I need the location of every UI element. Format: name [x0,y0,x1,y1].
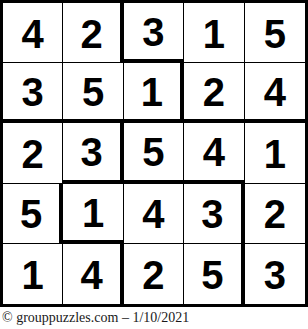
cell-r2c1[interactable]: 3 [3,63,63,123]
cell-r2c4[interactable]: 2 [184,63,244,123]
cell-r3c3[interactable]: 5 [124,123,184,183]
cell-r5c4[interactable]: 5 [184,244,244,304]
cell-digit: 5 [142,132,164,172]
cell-digit: 5 [20,194,42,234]
credit-text: © grouppuzzles.com – 1/10/2021 [2,310,189,326]
cell-r3c4[interactable]: 4 [184,123,244,183]
cell-digit: 2 [203,72,225,112]
cell-r1c3[interactable]: 3 [124,3,184,63]
cell-r4c1[interactable]: 5 [3,184,63,244]
cell-r4c4[interactable]: 3 [184,184,244,244]
cell-digit: 4 [142,194,164,234]
cell-r5c1[interactable]: 1 [3,244,63,304]
cell-digit: 1 [141,72,163,112]
cell-digit: 3 [142,12,164,52]
cell-r2c2[interactable]: 5 [63,63,123,123]
puzzle-image: 4231535124235415143214253 © grouppuzzles… [0,0,308,329]
cell-digit: 1 [203,14,225,54]
footer: © grouppuzzles.com – 1/10/2021 [0,307,308,329]
cell-r1c1[interactable]: 4 [3,3,63,63]
cell-digit: 4 [80,255,102,295]
cell-digit: 3 [201,194,223,234]
cell-digit: 2 [22,134,44,174]
cell-digit: 3 [22,72,44,112]
cell-digit: 1 [22,255,44,295]
cell-r2c5[interactable]: 4 [245,63,305,123]
cell-r4c5[interactable]: 2 [245,184,305,244]
cell-digit: 2 [264,194,286,234]
cell-r1c2[interactable]: 2 [63,3,123,63]
cell-digit: 1 [264,134,286,174]
cell-digit: 2 [142,255,164,295]
cell-r1c5[interactable]: 5 [245,3,305,63]
cell-r5c2[interactable]: 4 [63,244,123,304]
cell-r2c3[interactable]: 1 [124,63,184,123]
cell-r4c2[interactable]: 1 [63,184,123,244]
cell-r3c2[interactable]: 3 [63,123,123,183]
sudoku-board: 4231535124235415143214253 [0,0,308,307]
cell-r3c1[interactable]: 2 [3,123,63,183]
cell-digit: 3 [80,132,102,172]
cell-digit: 3 [264,255,286,295]
cell-digit: 1 [82,193,104,233]
cell-digit: 4 [264,72,286,112]
cell-digit: 5 [264,14,286,54]
cell-r5c5[interactable]: 3 [245,244,305,304]
cell-digit: 5 [82,72,104,112]
cell-r4c3[interactable]: 4 [124,184,184,244]
cell-digit: 5 [201,255,223,295]
cell-r3c5[interactable]: 1 [245,123,305,183]
cell-r1c4[interactable]: 1 [184,3,244,63]
cell-digit: 4 [203,132,225,172]
cell-digit: 4 [22,14,44,54]
cell-r5c3[interactable]: 2 [124,244,184,304]
cell-digit: 2 [80,14,102,54]
